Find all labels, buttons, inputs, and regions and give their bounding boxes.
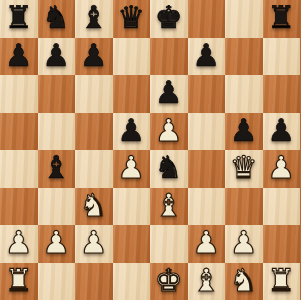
piece-black-king[interactable]: ♚ [155, 0, 183, 37]
piece-black-pawn[interactable]: ♟ [80, 37, 108, 75]
square-e2[interactable] [150, 225, 188, 263]
square-c4[interactable] [75, 150, 113, 188]
square-c6[interactable] [75, 75, 113, 113]
square-a8[interactable]: ♜ [0, 0, 38, 38]
square-c3[interactable]: ♞ [75, 188, 113, 226]
piece-black-bishop[interactable]: ♝ [42, 149, 70, 187]
piece-white-bishop[interactable]: ♝ [192, 262, 220, 300]
square-a7[interactable]: ♟ [0, 38, 38, 76]
square-e8[interactable]: ♚ [150, 0, 188, 38]
square-d5[interactable]: ♟ [113, 113, 151, 151]
square-f5[interactable] [188, 113, 226, 151]
square-h1[interactable]: ♜ [263, 263, 301, 300]
square-d1[interactable] [113, 263, 151, 300]
piece-black-pawn[interactable]: ♟ [117, 112, 145, 150]
square-h6[interactable] [263, 75, 301, 113]
square-d4[interactable]: ♟ [113, 150, 151, 188]
piece-black-rook[interactable]: ♜ [267, 0, 295, 37]
piece-white-pawn[interactable]: ♟ [117, 149, 145, 187]
square-a3[interactable] [0, 188, 38, 226]
square-b4[interactable]: ♝ [38, 150, 76, 188]
square-d6[interactable] [113, 75, 151, 113]
square-e5[interactable]: ♟ [150, 113, 188, 151]
square-f3[interactable] [188, 188, 226, 226]
square-b8[interactable]: ♞ [38, 0, 76, 38]
square-b2[interactable]: ♟ [38, 225, 76, 263]
square-b1[interactable] [38, 263, 76, 300]
piece-white-queen[interactable]: ♛ [230, 149, 258, 187]
square-c2[interactable]: ♟ [75, 225, 113, 263]
square-f1[interactable]: ♝ [188, 263, 226, 300]
square-a1[interactable]: ♜ [0, 263, 38, 300]
square-f7[interactable]: ♟ [188, 38, 226, 76]
square-g1[interactable]: ♞ [225, 263, 263, 300]
piece-white-pawn[interactable]: ♟ [80, 224, 108, 262]
square-b5[interactable] [38, 113, 76, 151]
square-f8[interactable] [188, 0, 226, 38]
piece-black-rook[interactable]: ♜ [5, 0, 33, 37]
piece-black-pawn[interactable]: ♟ [5, 37, 33, 75]
piece-black-pawn[interactable]: ♟ [192, 37, 220, 75]
square-b7[interactable]: ♟ [38, 38, 76, 76]
square-a5[interactable] [0, 113, 38, 151]
piece-black-queen[interactable]: ♛ [117, 0, 145, 37]
square-a2[interactable]: ♟ [0, 225, 38, 263]
square-c1[interactable] [75, 263, 113, 300]
square-g6[interactable] [225, 75, 263, 113]
square-f6[interactable] [188, 75, 226, 113]
piece-black-bishop[interactable]: ♝ [80, 0, 108, 37]
piece-white-pawn[interactable]: ♟ [5, 224, 33, 262]
square-b6[interactable] [38, 75, 76, 113]
square-h8[interactable]: ♜ [263, 0, 301, 38]
square-e6[interactable]: ♟ [150, 75, 188, 113]
square-c8[interactable]: ♝ [75, 0, 113, 38]
square-a4[interactable] [0, 150, 38, 188]
square-e1[interactable]: ♚ [150, 263, 188, 300]
square-a6[interactable] [0, 75, 38, 113]
square-f4[interactable] [188, 150, 226, 188]
square-d3[interactable] [113, 188, 151, 226]
piece-white-pawn[interactable]: ♟ [42, 224, 70, 262]
piece-white-pawn[interactable]: ♟ [192, 224, 220, 262]
square-b3[interactable] [38, 188, 76, 226]
square-h5[interactable]: ♟ [263, 113, 301, 151]
square-e3[interactable]: ♝ [150, 188, 188, 226]
square-g4[interactable]: ♛ [225, 150, 263, 188]
square-g3[interactable] [225, 188, 263, 226]
piece-white-pawn[interactable]: ♟ [267, 149, 295, 187]
piece-white-bishop[interactable]: ♝ [155, 187, 183, 225]
piece-white-pawn[interactable]: ♟ [155, 112, 183, 150]
square-e4[interactable]: ♞ [150, 150, 188, 188]
square-h3[interactable] [263, 188, 301, 226]
piece-black-pawn[interactable]: ♟ [230, 112, 258, 150]
square-d2[interactable] [113, 225, 151, 263]
piece-white-rook[interactable]: ♜ [267, 262, 295, 300]
piece-white-pawn[interactable]: ♟ [230, 224, 258, 262]
square-c7[interactable]: ♟ [75, 38, 113, 76]
piece-black-knight[interactable]: ♞ [155, 149, 183, 187]
piece-black-pawn[interactable]: ♟ [42, 37, 70, 75]
square-g7[interactable] [225, 38, 263, 76]
square-g8[interactable] [225, 0, 263, 38]
chess-board[interactable]: ♜♞♝♛♚♜♟♟♟♟♟♟♟♟♟♝♟♞♛♟♞♝♟♟♟♟♟♜♚♝♞♜ [0, 0, 300, 300]
piece-black-pawn[interactable]: ♟ [155, 74, 183, 112]
square-e7[interactable] [150, 38, 188, 76]
square-g2[interactable]: ♟ [225, 225, 263, 263]
square-g5[interactable]: ♟ [225, 113, 263, 151]
piece-white-king[interactable]: ♚ [155, 262, 183, 300]
piece-white-rook[interactable]: ♜ [5, 262, 33, 300]
square-h4[interactable]: ♟ [263, 150, 301, 188]
square-h7[interactable] [263, 38, 301, 76]
square-d7[interactable] [113, 38, 151, 76]
square-h2[interactable] [263, 225, 301, 263]
piece-black-knight[interactable]: ♞ [42, 0, 70, 37]
square-c5[interactable] [75, 113, 113, 151]
square-f2[interactable]: ♟ [188, 225, 226, 263]
piece-black-pawn[interactable]: ♟ [267, 112, 295, 150]
piece-white-knight[interactable]: ♞ [230, 262, 258, 300]
piece-white-knight[interactable]: ♞ [80, 187, 108, 225]
square-d8[interactable]: ♛ [113, 0, 151, 38]
